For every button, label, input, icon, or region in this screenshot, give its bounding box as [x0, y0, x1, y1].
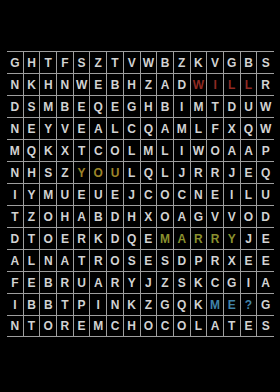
grid-cell[interactable]: W	[257, 117, 274, 139]
grid-cell[interactable]: Q	[124, 227, 141, 249]
grid-cell[interactable]: L	[157, 161, 174, 183]
grid-cell[interactable]: A	[7, 249, 24, 271]
grid-cell[interactable]: H	[124, 73, 141, 95]
grid-cell[interactable]: C	[207, 271, 224, 293]
grid-cell[interactable]: X	[57, 139, 74, 161]
grid-cell[interactable]: I	[241, 271, 258, 293]
grid-cell[interactable]: K	[124, 293, 141, 315]
grid-cell[interactable]: S	[24, 95, 41, 117]
grid-cell[interactable]: X	[224, 249, 241, 271]
grid-cell[interactable]: T	[24, 227, 41, 249]
grid-cell[interactable]: A	[157, 117, 174, 139]
grid-cell[interactable]: T	[224, 315, 241, 337]
grid-cell[interactable]: B	[90, 205, 107, 227]
grid-cell[interactable]: L	[241, 73, 258, 95]
grid-cell[interactable]: T	[40, 51, 57, 73]
grid-cell[interactable]: P	[191, 249, 208, 271]
grid-cell[interactable]: U	[257, 183, 274, 205]
grid-cell[interactable]: Z	[24, 205, 41, 227]
grid-cell[interactable]: Y	[40, 117, 57, 139]
grid-cell[interactable]: E	[241, 315, 258, 337]
grid-cell[interactable]: D	[7, 95, 24, 117]
grid-cell[interactable]: N	[7, 73, 24, 95]
grid-cell[interactable]: E	[74, 95, 91, 117]
grid-cell[interactable]: N	[7, 161, 24, 183]
grid-cell[interactable]: C	[124, 117, 141, 139]
grid-cell[interactable]: Z	[174, 51, 191, 73]
grid-cell[interactable]: J	[174, 161, 191, 183]
grid-cell[interactable]: M	[90, 315, 107, 337]
grid-cell[interactable]: E	[24, 271, 41, 293]
grid-cell[interactable]: T	[74, 139, 91, 161]
grid-cell[interactable]: K	[191, 271, 208, 293]
grid-cell[interactable]: I	[207, 73, 224, 95]
grid-cell[interactable]: T	[57, 293, 74, 315]
grid-cell[interactable]: E	[74, 117, 91, 139]
grid-cell[interactable]: N	[191, 183, 208, 205]
grid-cell[interactable]: D	[224, 95, 241, 117]
grid-cell[interactable]: C	[157, 315, 174, 337]
grid-cell[interactable]: U	[74, 271, 91, 293]
grid-cell[interactable]: Q	[257, 161, 274, 183]
grid-cell[interactable]: F	[7, 271, 24, 293]
grid-cell[interactable]: N	[107, 293, 124, 315]
grid-cell[interactable]: R	[57, 271, 74, 293]
grid-cell[interactable]: O	[241, 205, 258, 227]
grid-cell[interactable]: S	[40, 161, 57, 183]
grid-cell[interactable]: W	[257, 95, 274, 117]
grid-cell[interactable]: R	[257, 73, 274, 95]
grid-cell[interactable]: B	[157, 95, 174, 117]
grid-cell[interactable]: V	[207, 51, 224, 73]
grid-cell[interactable]: H	[24, 161, 41, 183]
grid-cell[interactable]: N	[40, 249, 57, 271]
grid-cell[interactable]: Q	[141, 161, 158, 183]
grid-cell[interactable]: S	[257, 315, 274, 337]
grid-cell[interactable]: G	[224, 51, 241, 73]
grid-cell[interactable]: L	[241, 183, 258, 205]
grid-cell[interactable]: O	[157, 205, 174, 227]
grid-cell[interactable]: Y	[24, 183, 41, 205]
grid-cell[interactable]: N	[7, 117, 24, 139]
grid-cell[interactable]: M	[40, 95, 57, 117]
grid-cell[interactable]: E	[107, 183, 124, 205]
grid-cell[interactable]: O	[174, 315, 191, 337]
grid-cell[interactable]: I	[90, 293, 107, 315]
grid-cell[interactable]: C	[90, 139, 107, 161]
grid-cell[interactable]: M	[7, 139, 24, 161]
grid-cell[interactable]: K	[24, 73, 41, 95]
grid-cell[interactable]: E	[141, 249, 158, 271]
grid-cell[interactable]: L	[191, 117, 208, 139]
grid-cell[interactable]: H	[124, 315, 141, 337]
grid-cell[interactable]: R	[90, 249, 107, 271]
grid-cell[interactable]: S	[124, 249, 141, 271]
grid-cell[interactable]: O	[40, 227, 57, 249]
grid-cell[interactable]: M	[174, 117, 191, 139]
grid-cell[interactable]: W	[141, 51, 158, 73]
grid-cell[interactable]: D	[174, 249, 191, 271]
grid-cell[interactable]: O	[40, 205, 57, 227]
grid-cell[interactable]: M	[207, 293, 224, 315]
grid-cell[interactable]: G	[157, 293, 174, 315]
grid-cell[interactable]: J	[141, 271, 158, 293]
grid-cell[interactable]: R	[207, 227, 224, 249]
grid-cell[interactable]: H	[124, 205, 141, 227]
grid-cell[interactable]: G	[7, 51, 24, 73]
grid-cell[interactable]: I	[174, 139, 191, 161]
grid-cell[interactable]: L	[124, 139, 141, 161]
grid-cell[interactable]: R	[191, 161, 208, 183]
grid-cell[interactable]: O	[141, 315, 158, 337]
grid-cell[interactable]: L	[191, 315, 208, 337]
grid-cell[interactable]: S	[174, 271, 191, 293]
grid-cell[interactable]: T	[207, 95, 224, 117]
grid-cell[interactable]: R	[207, 161, 224, 183]
grid-cell[interactable]: O	[207, 139, 224, 161]
grid-cell[interactable]: E	[107, 95, 124, 117]
grid-cell[interactable]: Y	[74, 161, 91, 183]
grid-cell[interactable]: A	[90, 271, 107, 293]
grid-cell[interactable]: B	[40, 293, 57, 315]
grid-cell[interactable]: Z	[157, 271, 174, 293]
grid-cell[interactable]: A	[224, 139, 241, 161]
grid-cell[interactable]: U	[90, 183, 107, 205]
grid-cell[interactable]: Q	[24, 139, 41, 161]
grid-cell[interactable]: B	[40, 271, 57, 293]
grid-cell[interactable]: V	[57, 117, 74, 139]
grid-cell[interactable]: M	[157, 227, 174, 249]
grid-cell[interactable]: E	[224, 293, 241, 315]
grid-cell[interactable]: O	[157, 183, 174, 205]
grid-cell[interactable]: M	[191, 95, 208, 117]
grid-cell[interactable]: Y	[124, 271, 141, 293]
grid-cell[interactable]: M	[40, 183, 57, 205]
grid-cell[interactable]: T	[7, 205, 24, 227]
grid-cell[interactable]: T	[107, 51, 124, 73]
grid-cell[interactable]: C	[141, 183, 158, 205]
grid-cell[interactable]: G	[124, 95, 141, 117]
grid-cell[interactable]: B	[157, 51, 174, 73]
grid-cell[interactable]: U	[241, 95, 258, 117]
grid-cell[interactable]: W	[191, 139, 208, 161]
grid-cell[interactable]: X	[224, 117, 241, 139]
grid-cell[interactable]: G	[224, 271, 241, 293]
grid-cell[interactable]: Q	[241, 117, 258, 139]
grid-cell[interactable]: W	[74, 73, 91, 95]
grid-cell[interactable]: A	[157, 73, 174, 95]
grid-cell[interactable]: D	[7, 227, 24, 249]
grid-cell[interactable]: Z	[90, 51, 107, 73]
grid-cell[interactable]: H	[24, 51, 41, 73]
grid-cell[interactable]: I	[7, 293, 24, 315]
grid-cell[interactable]: R	[191, 227, 208, 249]
grid-cell[interactable]: K	[40, 139, 57, 161]
grid-cell[interactable]: A	[207, 315, 224, 337]
grid-cell[interactable]: L	[107, 117, 124, 139]
grid-cell[interactable]: A	[57, 249, 74, 271]
grid-cell[interactable]: V	[124, 51, 141, 73]
grid-cell[interactable]: A	[90, 117, 107, 139]
grid-cell[interactable]: C	[174, 183, 191, 205]
grid-cell[interactable]: O	[107, 249, 124, 271]
grid-cell[interactable]: D	[257, 205, 274, 227]
grid-cell[interactable]: S	[74, 51, 91, 73]
grid-cell[interactable]: M	[141, 139, 158, 161]
grid-cell[interactable]: Z	[141, 73, 158, 95]
grid-cell[interactable]: I	[224, 183, 241, 205]
grid-cell[interactable]: R	[74, 227, 91, 249]
grid-cell[interactable]: E	[257, 249, 274, 271]
grid-cell[interactable]: P	[74, 293, 91, 315]
grid-cell[interactable]: E	[241, 161, 258, 183]
grid-cell[interactable]: W	[191, 73, 208, 95]
grid-cell[interactable]: N	[7, 315, 24, 337]
grid-cell[interactable]: E	[207, 183, 224, 205]
grid-cell[interactable]: T	[74, 249, 91, 271]
grid-cell[interactable]: P	[257, 139, 274, 161]
grid-cell[interactable]: Z	[141, 293, 158, 315]
grid-cell[interactable]: E	[24, 117, 41, 139]
grid-cell[interactable]: O	[90, 161, 107, 183]
grid-cell[interactable]: B	[57, 95, 74, 117]
grid-cell[interactable]: A	[74, 205, 91, 227]
grid-cell[interactable]: C	[107, 315, 124, 337]
grid-cell[interactable]: U	[57, 183, 74, 205]
grid-cell[interactable]: E	[90, 73, 107, 95]
grid-cell[interactable]: B	[107, 73, 124, 95]
grid-cell[interactable]: E	[141, 227, 158, 249]
grid-cell[interactable]: R	[107, 271, 124, 293]
grid-cell[interactable]: E	[57, 227, 74, 249]
grid-cell[interactable]: Q	[174, 293, 191, 315]
grid-cell[interactable]: R	[207, 249, 224, 271]
grid-cell[interactable]: E	[257, 227, 274, 249]
grid-cell[interactable]: O	[40, 315, 57, 337]
word-search-puzzle: GHTFSZTVWBZKVGBSNKHNWEBHZADWILLRDSMBEQEG…	[0, 0, 280, 392]
grid-cell[interactable]: ?	[241, 293, 258, 315]
grid-cell[interactable]: D	[174, 73, 191, 95]
grid-cell[interactable]: H	[141, 95, 158, 117]
grid-cell[interactable]: L	[224, 73, 241, 95]
grid-cell[interactable]: L	[157, 139, 174, 161]
grid-cell[interactable]: J	[241, 227, 258, 249]
grid-cell[interactable]: H	[57, 205, 74, 227]
grid-cell[interactable]: J	[124, 183, 141, 205]
grid-cell[interactable]: S	[257, 51, 274, 73]
grid-cell[interactable]: J	[224, 161, 241, 183]
grid-cell[interactable]: Q	[90, 95, 107, 117]
grid-cell[interactable]: G	[257, 293, 274, 315]
grid-cell[interactable]: L	[124, 161, 141, 183]
grid-cell[interactable]: E	[241, 249, 258, 271]
grid-cell[interactable]: E	[74, 315, 91, 337]
grid-cell[interactable]: V	[207, 205, 224, 227]
grid-cell[interactable]: A	[257, 271, 274, 293]
grid-cell[interactable]: G	[191, 205, 208, 227]
grid-cell[interactable]: B	[241, 51, 258, 73]
grid-cell[interactable]: U	[107, 161, 124, 183]
grid-cell[interactable]: N	[57, 73, 74, 95]
grid-cell[interactable]: K	[90, 227, 107, 249]
grid-cell[interactable]: B	[24, 293, 41, 315]
grid-cell[interactable]: K	[191, 293, 208, 315]
grid-cell[interactable]: T	[24, 315, 41, 337]
grid-cell[interactable]: Z	[57, 161, 74, 183]
grid-cell[interactable]: A	[241, 139, 258, 161]
grid-cell[interactable]: I	[7, 183, 24, 205]
grid-cell[interactable]: V	[224, 205, 241, 227]
grid-cell[interactable]: H	[40, 73, 57, 95]
grid-cell[interactable]: Q	[141, 117, 158, 139]
grid-cell[interactable]: A	[174, 227, 191, 249]
grid-cell[interactable]: S	[157, 249, 174, 271]
grid-cell[interactable]: A	[174, 205, 191, 227]
grid-cell[interactable]: F	[207, 117, 224, 139]
grid-cell[interactable]: Y	[224, 227, 241, 249]
word-search-board: GHTFSZTVWBZKVGBSNKHNWEBHZADWILLRDSMBEQEG…	[7, 51, 274, 337]
grid-cell[interactable]: D	[107, 227, 124, 249]
grid-cell[interactable]: D	[107, 205, 124, 227]
grid-cell[interactable]: F	[57, 51, 74, 73]
grid-cell[interactable]: E	[74, 183, 91, 205]
grid-cell[interactable]: I	[174, 95, 191, 117]
grid-cell[interactable]: L	[24, 249, 41, 271]
grid-cell[interactable]: K	[191, 51, 208, 73]
grid-cell[interactable]: X	[141, 205, 158, 227]
grid-cell[interactable]: R	[57, 315, 74, 337]
grid-cell[interactable]: O	[107, 139, 124, 161]
